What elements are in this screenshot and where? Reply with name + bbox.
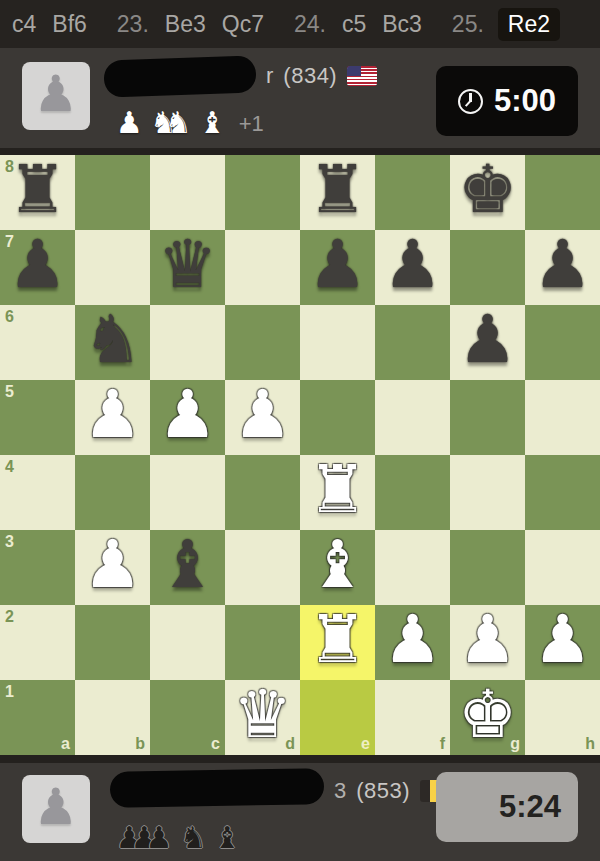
- square-f5[interactable]: [375, 380, 450, 455]
- rank-label-1: 1: [5, 684, 14, 700]
- white-pawn: ♟: [533, 602, 592, 677]
- square-a3[interactable]: 3: [0, 530, 75, 605]
- square-a2[interactable]: 2: [0, 605, 75, 680]
- file-label-b: b: [135, 736, 145, 752]
- square-h4[interactable]: [525, 455, 600, 530]
- black-pawn: ♟: [533, 227, 592, 302]
- square-e3[interactable]: ♝: [300, 530, 375, 605]
- square-f6[interactable]: [375, 305, 450, 380]
- bottom-clock-time: 5:24: [499, 789, 561, 825]
- white-rook: ♜: [308, 452, 367, 527]
- square-e5[interactable]: [300, 380, 375, 455]
- rank-label-4: 4: [5, 459, 14, 475]
- white-rook: ♜: [308, 602, 367, 677]
- square-a7[interactable]: 7♟: [0, 230, 75, 305]
- captured-black-pawn: ♟: [146, 823, 173, 853]
- square-b2[interactable]: [75, 605, 150, 680]
- square-h1[interactable]: h: [525, 680, 600, 755]
- redacted-name-blob: [103, 55, 256, 97]
- bottom-player-name-row[interactable]: 3 (853): [116, 771, 450, 811]
- chess-board: 8♜♜♚7♟♛♟♟♟6♞♟5♟♟♟4♜3♟♝♝2♜♟♟♟1abcd♛efg♚h: [0, 155, 600, 755]
- black-pawn: ♟: [8, 227, 67, 302]
- square-e6[interactable]: [300, 305, 375, 380]
- redacted-name-blob: [110, 768, 325, 808]
- file-label-f: f: [440, 736, 445, 752]
- square-c7[interactable]: ♛: [150, 230, 225, 305]
- square-f2[interactable]: ♟: [375, 605, 450, 680]
- white-pawn: ♟: [83, 377, 142, 452]
- square-g5[interactable]: [450, 380, 525, 455]
- square-g3[interactable]: [450, 530, 525, 605]
- bottom-player-rating: (853): [356, 778, 410, 804]
- white-king: ♚: [458, 677, 517, 752]
- square-g4[interactable]: [450, 455, 525, 530]
- move-item[interactable]: Qc7: [222, 11, 264, 38]
- bottom-player-avatar[interactable]: ♟: [22, 775, 90, 843]
- us-flag-icon: [347, 66, 377, 86]
- square-c6[interactable]: [150, 305, 225, 380]
- top-player-info: r (834) ♟♞♞♝ +1: [116, 48, 377, 148]
- file-label-a: a: [61, 736, 70, 752]
- square-g2[interactable]: ♟: [450, 605, 525, 680]
- file-label-e: e: [361, 736, 370, 752]
- move-item-current[interactable]: Re2: [498, 8, 560, 41]
- avatar-pawn-icon: ♟: [34, 69, 79, 119]
- square-g6[interactable]: ♟: [450, 305, 525, 380]
- move-item[interactable]: Bc3: [382, 11, 422, 38]
- square-d1[interactable]: d♛: [225, 680, 300, 755]
- black-bishop: ♝: [158, 527, 217, 602]
- captured-white-bishop: ♝: [199, 108, 226, 138]
- square-h7[interactable]: ♟: [525, 230, 600, 305]
- move-item[interactable]: c4: [12, 11, 36, 38]
- square-h2[interactable]: ♟: [525, 605, 600, 680]
- move-item[interactable]: Be3: [165, 11, 206, 38]
- clock-icon: [458, 89, 483, 114]
- top-name-fragment: r: [266, 63, 273, 89]
- white-pawn: ♟: [83, 527, 142, 602]
- square-f4[interactable]: [375, 455, 450, 530]
- top-player-rating: (834): [283, 63, 337, 89]
- top-player-bar: ♟ r (834) ♟♞♞♝ +1 5:00: [0, 48, 600, 148]
- white-bishop: ♝: [308, 527, 367, 602]
- square-g7[interactable]: [450, 230, 525, 305]
- rank-label-6: 6: [5, 309, 14, 325]
- square-a4[interactable]: 4: [0, 455, 75, 530]
- square-d2[interactable]: [225, 605, 300, 680]
- file-label-h: h: [585, 736, 595, 752]
- square-f8[interactable]: [375, 155, 450, 230]
- white-pawn: ♟: [458, 602, 517, 677]
- black-knight: ♞: [83, 302, 142, 377]
- move-item[interactable]: 24.: [294, 11, 326, 38]
- divider: [0, 755, 600, 763]
- square-f1[interactable]: f: [375, 680, 450, 755]
- captured-white-knight: ♞: [165, 108, 192, 138]
- square-d8[interactable]: [225, 155, 300, 230]
- file-label-c: c: [211, 736, 220, 752]
- square-d4[interactable]: [225, 455, 300, 530]
- bottom-name-fragment: 3: [334, 778, 346, 804]
- square-f3[interactable]: [375, 530, 450, 605]
- square-e8[interactable]: ♜: [300, 155, 375, 230]
- square-a8[interactable]: 8♜: [0, 155, 75, 230]
- black-pawn: ♟: [383, 227, 442, 302]
- square-e1[interactable]: e: [300, 680, 375, 755]
- square-d7[interactable]: [225, 230, 300, 305]
- square-e2[interactable]: ♜: [300, 605, 375, 680]
- rank-label-5: 5: [5, 384, 14, 400]
- square-b4[interactable]: [75, 455, 150, 530]
- square-c3[interactable]: ♝: [150, 530, 225, 605]
- bottom-captured-row: ♟♟♟♞♝: [116, 819, 450, 853]
- move-item[interactable]: c5: [342, 11, 366, 38]
- black-pawn: ♟: [308, 227, 367, 302]
- square-e7[interactable]: ♟: [300, 230, 375, 305]
- square-d6[interactable]: [225, 305, 300, 380]
- square-h3[interactable]: [525, 530, 600, 605]
- captured-black-bishop: ♝: [214, 823, 241, 853]
- move-item[interactable]: 25.: [452, 11, 484, 38]
- square-a6[interactable]: 6: [0, 305, 75, 380]
- square-g1[interactable]: g♚: [450, 680, 525, 755]
- square-b7[interactable]: [75, 230, 150, 305]
- square-b6[interactable]: ♞: [75, 305, 150, 380]
- white-pawn: ♟: [158, 377, 217, 452]
- top-player-avatar[interactable]: ♟: [22, 62, 90, 130]
- captured-white-pawn: ♟: [116, 108, 143, 138]
- move-history-bar: c4Bf623.Be3Qc724.c5Bc325.Re2: [0, 0, 600, 48]
- captured-pieces-bottom: ♟♟♟♞♝: [116, 823, 248, 853]
- square-c5[interactable]: ♟: [150, 380, 225, 455]
- square-h5[interactable]: [525, 380, 600, 455]
- rank-label-2: 2: [5, 609, 14, 625]
- square-c2[interactable]: [150, 605, 225, 680]
- square-b3[interactable]: ♟: [75, 530, 150, 605]
- black-rook: ♜: [308, 152, 367, 227]
- square-c8[interactable]: [150, 155, 225, 230]
- white-pawn: ♟: [383, 602, 442, 677]
- bottom-player-bar: ♟ 3 (853) ♟♟♟♞♝ 5:24: [0, 763, 600, 861]
- white-queen: ♛: [233, 677, 292, 752]
- avatar-pawn-icon: ♟: [34, 782, 79, 832]
- chess-app: c4Bf623.Be3Qc724.c5Bc325.Re2 ♟ r (834) ♟…: [0, 0, 600, 861]
- square-g8[interactable]: ♚: [450, 155, 525, 230]
- square-b8[interactable]: [75, 155, 150, 230]
- square-c1[interactable]: c: [150, 680, 225, 755]
- square-e4[interactable]: ♜: [300, 455, 375, 530]
- move-item[interactable]: 23.: [117, 11, 149, 38]
- rank-label-3: 3: [5, 534, 14, 550]
- square-h6[interactable]: [525, 305, 600, 380]
- square-d5[interactable]: ♟: [225, 380, 300, 455]
- bottom-player-info: 3 (853) ♟♟♟♞♝: [116, 763, 450, 861]
- black-rook: ♜: [8, 152, 67, 227]
- black-pawn: ♟: [458, 302, 517, 377]
- top-captured-row: ♟♞♞♝ +1: [116, 104, 377, 138]
- white-pawn: ♟: [233, 377, 292, 452]
- square-a5[interactable]: 5: [0, 380, 75, 455]
- material-advantage: +1: [239, 111, 264, 137]
- top-player-clock: 5:00: [436, 66, 578, 136]
- square-d3[interactable]: [225, 530, 300, 605]
- square-a1[interactable]: 1a: [0, 680, 75, 755]
- top-clock-time: 5:00: [494, 83, 556, 119]
- square-c4[interactable]: [150, 455, 225, 530]
- square-f7[interactable]: ♟: [375, 230, 450, 305]
- square-h8[interactable]: [525, 155, 600, 230]
- captured-black-knight: ♞: [180, 823, 207, 853]
- captured-pieces-top: ♟♞♞♝: [116, 108, 233, 138]
- top-player-name-row[interactable]: r (834): [116, 56, 377, 96]
- square-b1[interactable]: b: [75, 680, 150, 755]
- black-queen: ♛: [158, 227, 217, 302]
- move-item[interactable]: Bf6: [52, 11, 87, 38]
- square-b5[interactable]: ♟: [75, 380, 150, 455]
- bottom-player-clock: 5:24: [436, 772, 578, 842]
- black-king: ♚: [458, 152, 517, 227]
